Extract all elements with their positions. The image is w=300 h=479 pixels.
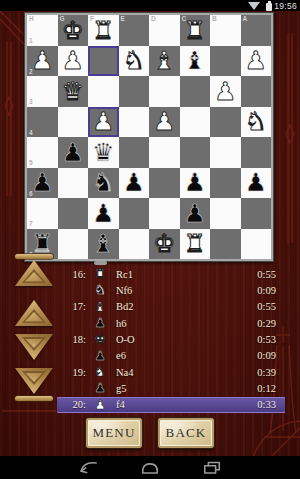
square-g8[interactable] — [58, 229, 89, 260]
black-pawn-icon: ♟ — [91, 350, 109, 363]
white-king: ♚ — [58, 15, 89, 46]
battery-icon — [266, 3, 272, 11]
square-a8[interactable] — [241, 229, 272, 260]
move-row-Nf6[interactable]: ♞Nf60:09 — [57, 282, 285, 298]
file-label-e: E — [121, 16, 125, 23]
square-f5[interactable]: ♛ — [88, 137, 119, 168]
move-row-Na4[interactable]: 19:♞Na40:39 — [57, 364, 285, 380]
move-notation: Na4 — [109, 367, 243, 378]
square-g6[interactable] — [58, 168, 89, 199]
skip-to-start-triangle-icon — [15, 260, 53, 286]
square-f7[interactable]: ♟ — [88, 198, 119, 229]
move-row-g5[interactable]: ♟g50:12 — [57, 380, 285, 396]
file-label-a: A — [243, 16, 248, 23]
square-a3[interactable] — [241, 76, 272, 107]
white-queen: ♛ — [58, 76, 89, 107]
chess-board-frame: H1G♚F♜EDC♜BA2♟♟♞♝♝♟3♛♟4♟♟♞5♟♛6♟♞♟♟♟7♟♟8♜… — [24, 12, 274, 262]
file-label-h: H — [29, 16, 34, 23]
skip-to-end-button[interactable] — [15, 368, 53, 401]
square-c8[interactable]: ♜ — [180, 229, 211, 260]
white-knight: ♞ — [241, 107, 272, 138]
white-pawn-icon: ♟ — [91, 399, 109, 412]
black-knight: ♞ — [88, 168, 119, 199]
move-notation: h6 — [109, 318, 243, 329]
android-recents-icon[interactable] — [202, 460, 222, 475]
square-h6[interactable]: 6♟ — [27, 168, 58, 199]
square-c4[interactable] — [180, 107, 211, 138]
move-notation: O-O — [109, 334, 243, 345]
square-f1[interactable]: F♜ — [88, 15, 119, 46]
chess-app-screen: 19:56 H1G♚F♜EDC♜BA2♟♟♞♝♝♟3♛♟4♟♟♞5♟♛6♟♞♟ — [0, 0, 300, 479]
square-e5[interactable] — [119, 137, 150, 168]
rank-label-5: 5 — [29, 160, 33, 167]
black-pawn: ♟ — [180, 168, 211, 199]
menu-button[interactable]: MENU — [86, 418, 142, 448]
move-notation: f4 — [109, 399, 243, 410]
black-pawn: ♟ — [88, 198, 119, 229]
black-pawn: ♟ — [27, 168, 58, 199]
next-move-icon — [15, 334, 53, 360]
square-e2[interactable]: ♞ — [119, 46, 150, 77]
square-a5[interactable] — [241, 137, 272, 168]
square-d4[interactable]: ♟ — [149, 107, 180, 138]
skip-to-start-button[interactable] — [15, 254, 53, 286]
square-f2[interactable] — [88, 46, 119, 77]
black-pawn: ♟ — [119, 168, 150, 199]
game-area: H1G♚F♜EDC♜BA2♟♟♞♝♝♟3♛♟4♟♟♞5♟♛6♟♞♟♟♟7♟♟8♜… — [0, 11, 300, 456]
skip-to-end-triangle-icon — [15, 368, 53, 394]
black-pawn-icon: ♟ — [91, 317, 109, 330]
square-c5[interactable] — [180, 137, 211, 168]
square-c6[interactable]: ♟ — [180, 168, 211, 199]
square-a2[interactable]: ♟ — [241, 46, 272, 77]
move-row-Rc1[interactable]: 16:♜Rc10:55 — [57, 266, 285, 282]
move-clock-time: 0:53 — [243, 334, 285, 345]
black-knight-icon: ♞ — [91, 284, 109, 297]
square-f6[interactable]: ♞ — [88, 168, 119, 199]
square-f4[interactable]: ♟ — [88, 107, 119, 138]
square-h2[interactable]: 2♟ — [27, 46, 58, 77]
rank-label-7: 7 — [29, 221, 33, 228]
square-g2[interactable]: ♟ — [58, 46, 89, 77]
move-number: 19: — [57, 367, 91, 378]
move-row-Bd2[interactable]: 17:♝Bd20:55 — [57, 299, 285, 315]
white-king: ♚ — [149, 229, 180, 260]
white-pawn: ♟ — [210, 76, 241, 107]
move-clock-time: 0:09 — [243, 350, 285, 361]
move-clock-time: 0:29 — [243, 318, 285, 329]
file-label-d: D — [151, 16, 156, 23]
white-king-icon: ♚ — [91, 333, 109, 346]
board-stand-notch — [94, 261, 107, 265]
square-d2[interactable]: ♝ — [149, 46, 180, 77]
square-d7[interactable] — [149, 198, 180, 229]
square-e6[interactable]: ♟ — [119, 168, 150, 199]
move-row-O-O[interactable]: 18:♚O-O0:53 — [57, 331, 285, 347]
square-e1[interactable]: E — [119, 15, 150, 46]
black-bishop: ♝ — [88, 229, 119, 260]
move-number: 18: — [57, 334, 91, 345]
move-clock-time: 0:09 — [243, 285, 285, 296]
square-d1[interactable]: D — [149, 15, 180, 46]
move-clock-time: 0:33 — [243, 399, 285, 410]
move-row-h6[interactable]: ♟h60:29 — [57, 315, 285, 331]
white-knight-icon: ♞ — [91, 366, 109, 379]
square-d3[interactable] — [149, 76, 180, 107]
square-g1[interactable]: G♚ — [58, 15, 89, 46]
android-back-icon[interactable] — [78, 460, 98, 475]
square-b6[interactable] — [210, 168, 241, 199]
square-b7[interactable] — [210, 198, 241, 229]
black-pawn: ♟ — [58, 137, 89, 168]
move-list: 16:♜Rc10:55♞Nf60:0917:♝Bd20:55♟h60:2918:… — [57, 266, 285, 413]
move-number: 17: — [57, 301, 91, 312]
white-bishop-icon: ♝ — [91, 301, 109, 314]
square-e8[interactable] — [119, 229, 150, 260]
square-b2[interactable] — [210, 46, 241, 77]
square-b4[interactable] — [210, 107, 241, 138]
previous-move-button[interactable] — [15, 300, 53, 326]
black-pawn-icon: ♟ — [91, 382, 109, 395]
square-g4[interactable] — [58, 107, 89, 138]
square-c1[interactable]: C♜ — [180, 15, 211, 46]
square-a1[interactable]: A — [241, 15, 272, 46]
black-pawn: ♟ — [180, 198, 211, 229]
black-queen: ♛ — [88, 137, 119, 168]
previous-move-icon — [15, 300, 53, 326]
square-h4[interactable]: 4 — [27, 107, 58, 138]
move-clock-time: 0:39 — [243, 367, 285, 378]
square-h7[interactable]: 7 — [27, 198, 58, 229]
square-b3[interactable]: ♟ — [210, 76, 241, 107]
move-row-e6[interactable]: ♟e60:09 — [57, 348, 285, 364]
square-h5[interactable]: 5 — [27, 137, 58, 168]
square-a7[interactable] — [241, 198, 272, 229]
rank-label-3: 3 — [29, 99, 33, 106]
square-g7[interactable] — [58, 198, 89, 229]
status-time: 19:56 — [274, 1, 297, 11]
white-knight: ♞ — [119, 46, 150, 77]
white-pawn: ♟ — [27, 46, 58, 77]
white-rook: ♜ — [180, 229, 211, 260]
move-clock-time: 0:55 — [243, 269, 285, 280]
white-bishop: ♝ — [149, 46, 180, 77]
move-row-f4[interactable]: 20:♟f40:33 — [57, 397, 285, 413]
white-rook: ♜ — [88, 15, 119, 46]
rank-label-1: 1 — [29, 38, 33, 45]
square-g3[interactable]: ♛ — [58, 76, 89, 107]
move-notation: Bd2 — [109, 301, 243, 312]
square-f3[interactable] — [88, 76, 119, 107]
square-g5[interactable]: ♟ — [58, 137, 89, 168]
move-number: 16: — [57, 269, 91, 280]
square-a6[interactable]: ♟ — [241, 168, 272, 199]
white-rook: ♜ — [180, 15, 211, 46]
chess-board: H1G♚F♜EDC♜BA2♟♟♞♝♝♟3♛♟4♟♟♞5♟♛6♟♞♟♟♟7♟♟8♜… — [27, 15, 271, 259]
move-notation: e6 — [109, 350, 243, 361]
square-h1[interactable]: H1 — [27, 15, 58, 46]
next-move-button[interactable] — [15, 334, 53, 360]
square-e3[interactable] — [119, 76, 150, 107]
black-bishop: ♝ — [180, 46, 211, 77]
move-notation: Rc1 — [109, 269, 243, 280]
black-pawn: ♟ — [241, 168, 272, 199]
square-b1[interactable]: B — [210, 15, 241, 46]
move-clock-time: 0:55 — [243, 301, 285, 312]
skip-to-start-bar-icon — [15, 254, 53, 259]
rank-label-4: 4 — [29, 130, 33, 137]
square-d8[interactable]: ♚ — [149, 229, 180, 260]
square-c7[interactable]: ♟ — [180, 198, 211, 229]
white-pawn: ♟ — [88, 107, 119, 138]
square-d5[interactable] — [149, 137, 180, 168]
white-pawn: ♟ — [58, 46, 89, 77]
white-pawn: ♟ — [241, 46, 272, 77]
move-number: 20: — [57, 399, 91, 410]
move-notation: Nf6 — [109, 285, 243, 296]
wifi-icon — [248, 2, 260, 10]
android-home-icon[interactable] — [140, 460, 160, 475]
status-bar: 19:56 — [0, 0, 300, 11]
square-b5[interactable] — [210, 137, 241, 168]
square-c2[interactable]: ♝ — [180, 46, 211, 77]
move-notation: g5 — [109, 383, 243, 394]
square-e4[interactable] — [119, 107, 150, 138]
white-rook-icon: ♜ — [91, 268, 109, 281]
android-navigation-bar — [0, 456, 300, 479]
move-clock-time: 0:12 — [243, 383, 285, 394]
square-d6[interactable] — [149, 168, 180, 199]
square-e7[interactable] — [119, 198, 150, 229]
square-a4[interactable]: ♞ — [241, 107, 272, 138]
square-f8[interactable]: ♝ — [88, 229, 119, 260]
file-label-b: B — [212, 16, 217, 23]
white-pawn: ♟ — [149, 107, 180, 138]
square-h3[interactable]: 3 — [27, 76, 58, 107]
square-c3[interactable] — [180, 76, 211, 107]
skip-to-end-bar-icon — [15, 396, 53, 401]
square-b8[interactable] — [210, 229, 241, 260]
back-button[interactable]: BACK — [158, 418, 214, 448]
